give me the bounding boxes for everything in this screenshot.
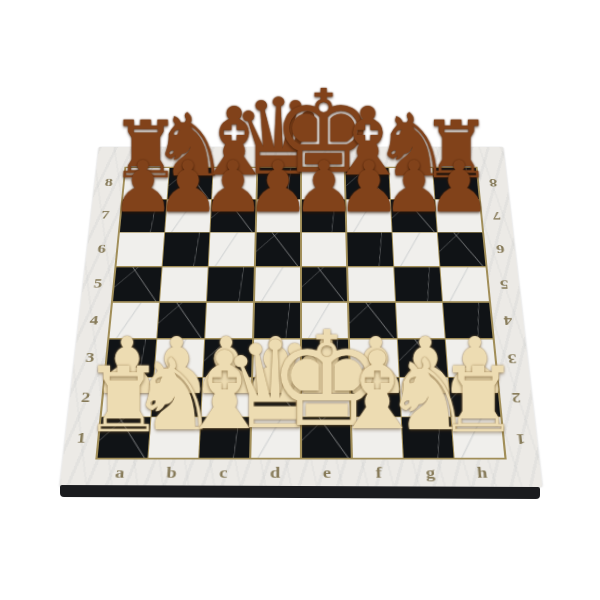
square-f6[interactable]: [347, 233, 393, 266]
file-label-h: h: [455, 460, 509, 487]
square-e5[interactable]: [302, 267, 348, 301]
square-g5[interactable]: [394, 267, 441, 301]
square-h1[interactable]: ♜: [452, 418, 504, 458]
piece-white-rook-h1[interactable]: ♜: [438, 355, 519, 445]
square-a6[interactable]: [117, 233, 164, 266]
square-d5[interactable]: [255, 267, 301, 301]
file-label-g: g: [404, 460, 457, 487]
board-side-edge: [60, 485, 540, 499]
square-d6[interactable]: [255, 233, 300, 266]
square-c5[interactable]: [207, 267, 254, 301]
file-label-a: a: [93, 460, 147, 487]
rank-label-right-6: 6: [484, 232, 517, 266]
piece-black-pawn-h7[interactable]: ♟: [427, 151, 491, 222]
file-label-e: e: [301, 460, 353, 487]
product-photo-scene: ♜♞♝♛♚♝♞♜♟♟♟♟♟♟♟♟♟♟♟♟♟♟♟♟♜♞♝♛♚♝♞♜ 8877665…: [0, 0, 600, 600]
chess-board-grid: ♜♞♝♛♚♝♞♜♟♟♟♟♟♟♟♟♟♟♟♟♟♟♟♟♜♞♝♛♚♝♞♜: [95, 167, 506, 460]
chess-board: ♜♞♝♛♚♝♞♜♟♟♟♟♟♟♟♟♟♟♟♟♟♟♟♟♜♞♝♛♚♝♞♜ 8877665…: [60, 147, 543, 487]
file-label-f: f: [352, 460, 405, 487]
square-h5[interactable]: [441, 267, 489, 301]
square-b5[interactable]: [160, 267, 207, 301]
square-h6[interactable]: [438, 233, 485, 266]
square-g6[interactable]: [393, 233, 439, 266]
rank-label-left-5: 5: [81, 266, 115, 302]
square-h7[interactable]: ♟: [436, 200, 482, 232]
rank-label-left-6: 6: [85, 232, 118, 266]
square-f5[interactable]: [348, 267, 395, 301]
square-a5[interactable]: [113, 267, 161, 301]
square-e6[interactable]: [302, 233, 347, 266]
square-c6[interactable]: [209, 233, 255, 266]
file-label-c: c: [197, 460, 250, 487]
file-label-b: b: [145, 460, 198, 487]
square-b6[interactable]: [163, 233, 209, 266]
file-label-d: d: [249, 460, 301, 487]
rank-label-right-5: 5: [487, 266, 521, 302]
